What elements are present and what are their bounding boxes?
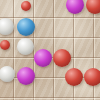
ball-white[interactable] <box>0 66 15 82</box>
game-window <box>0 0 100 100</box>
ball-magenta[interactable] <box>17 67 35 85</box>
ball-blue[interactable] <box>17 18 35 36</box>
grid-line-vertical <box>53 0 54 100</box>
grid-line-horizontal <box>0 97 100 98</box>
ball-red[interactable] <box>84 68 100 86</box>
ball-red[interactable] <box>53 49 71 67</box>
ball-white[interactable] <box>17 38 34 55</box>
ball-magenta[interactable] <box>66 0 84 14</box>
ball-magenta[interactable] <box>34 49 52 67</box>
ball-white[interactable] <box>0 18 14 35</box>
grid-line-horizontal <box>0 17 100 18</box>
next-ball-red[interactable] <box>21 1 31 11</box>
game-board[interactable] <box>0 0 100 100</box>
ball-red[interactable] <box>65 68 83 86</box>
grid-line-vertical <box>13 0 14 100</box>
grid-line-horizontal <box>0 37 100 38</box>
next-ball-red[interactable] <box>0 40 10 50</box>
ball-red[interactable] <box>86 0 100 14</box>
